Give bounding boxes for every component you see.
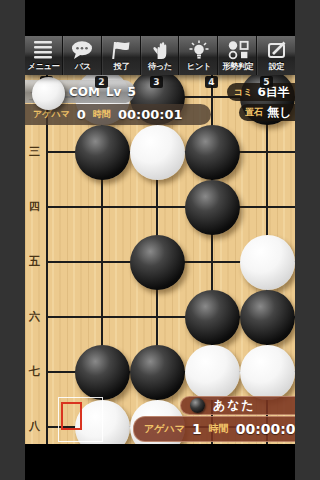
raised-hand-icon bbox=[150, 39, 170, 60]
column-coordinate-label: 4 bbox=[205, 76, 218, 88]
row-coordinate-label: 八 bbox=[27, 420, 42, 434]
column-coordinate-label: 2 bbox=[95, 76, 108, 88]
toolbar: メニュー パス 投了 待った ヒント bbox=[25, 36, 295, 75]
box-with-pen-icon bbox=[266, 39, 288, 60]
go-stone-black bbox=[130, 345, 185, 400]
circle-square-estimate-icon bbox=[227, 39, 249, 60]
player-info-panel: あなた bbox=[180, 396, 295, 415]
handicap-label: 置石 bbox=[245, 106, 263, 119]
undo-button[interactable]: 待った bbox=[141, 36, 180, 75]
light-bulb-icon bbox=[187, 39, 211, 60]
board-minimap bbox=[58, 397, 103, 442]
go-stone-black bbox=[185, 180, 240, 235]
undo-button-label: 待った bbox=[148, 61, 172, 73]
white-stone-icon bbox=[32, 77, 65, 110]
player-time-label: 時間 bbox=[209, 422, 229, 436]
go-stone-white bbox=[130, 125, 185, 180]
player-captures-label: アゲハマ bbox=[144, 422, 185, 436]
bottom-black-bar bbox=[25, 444, 295, 480]
row-coordinate-label: 四 bbox=[27, 200, 42, 214]
flag-icon bbox=[110, 39, 132, 60]
go-stone-black bbox=[185, 125, 240, 180]
black-stone-icon bbox=[190, 398, 205, 413]
resign-button[interactable]: 投了 bbox=[102, 36, 141, 75]
handicap-value: 無し bbox=[267, 104, 291, 121]
go-stone-black bbox=[240, 290, 295, 345]
player-time-value: 00:00:09 bbox=[236, 421, 295, 437]
app-screen: メニュー パス 投了 待った ヒント bbox=[25, 0, 295, 480]
player-capture-time-panel: アゲハマ 1 時間 00:00:09 bbox=[133, 416, 295, 442]
grid-line-horizontal bbox=[46, 206, 295, 208]
komi-label: コミ bbox=[234, 86, 252, 99]
row-coordinate-label: 五 bbox=[27, 255, 42, 269]
top-black-bar bbox=[25, 0, 295, 36]
column-coordinate-label: 3 bbox=[150, 76, 163, 88]
hint-button[interactable]: ヒント bbox=[179, 36, 218, 75]
settings-button[interactable]: 設定 bbox=[257, 36, 295, 75]
opponent-captures-value: 0 bbox=[77, 107, 86, 122]
opponent-time-value: 00:00:01 bbox=[118, 107, 183, 122]
handicap-panel: 置石 無し bbox=[239, 104, 295, 121]
judge-button[interactable]: 形勢判定 bbox=[218, 36, 257, 75]
judge-button-label: 形勢判定 bbox=[222, 61, 253, 73]
go-stone-black bbox=[75, 125, 130, 180]
go-stone-white bbox=[240, 235, 295, 290]
go-stone-white bbox=[185, 345, 240, 400]
settings-button-label: 設定 bbox=[269, 61, 285, 73]
menu-button-label: メニュー bbox=[27, 61, 59, 73]
grid-line-vertical bbox=[46, 75, 48, 444]
minimap-viewport-indicator bbox=[61, 402, 82, 430]
opponent-level-value: 5 bbox=[127, 85, 135, 99]
pass-button[interactable]: パス bbox=[63, 36, 102, 75]
row-coordinate-label: 七 bbox=[27, 365, 42, 379]
column-coordinate-label: 5 bbox=[260, 76, 273, 88]
go-stone-black bbox=[75, 345, 130, 400]
player-captures-value: 1 bbox=[192, 421, 202, 437]
opponent-level-label: Lv bbox=[106, 85, 121, 99]
speech-bubble-icon bbox=[70, 39, 94, 60]
opponent-captures-label: アゲハマ bbox=[33, 108, 70, 121]
goban[interactable]: 二三四五六七八12345 bbox=[25, 75, 295, 444]
row-coordinate-label: 三 bbox=[27, 145, 42, 159]
player-name: あなた bbox=[213, 397, 256, 414]
go-stone-black bbox=[130, 235, 185, 290]
resign-button-label: 投了 bbox=[113, 61, 129, 73]
hamburger-menu-icon bbox=[32, 39, 54, 60]
pass-button-label: パス bbox=[74, 61, 90, 73]
go-stone-black bbox=[185, 290, 240, 345]
menu-button[interactable]: メニュー bbox=[25, 36, 63, 75]
hint-button-label: ヒント bbox=[187, 61, 211, 73]
go-stone-white bbox=[240, 345, 295, 400]
opponent-time-label: 時間 bbox=[93, 108, 111, 121]
row-coordinate-label: 六 bbox=[27, 310, 42, 324]
